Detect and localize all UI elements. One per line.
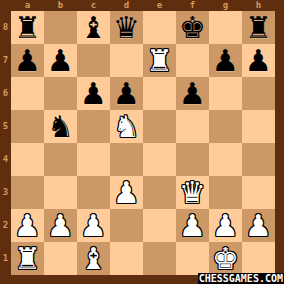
square-b8[interactable] <box>44 11 77 44</box>
square-c5[interactable] <box>77 110 110 143</box>
white-pawn-h2[interactable]: ♟ <box>245 209 272 242</box>
square-d8[interactable]: ♛ <box>110 11 143 44</box>
black-pawn-h7[interactable]: ♟ <box>245 44 272 77</box>
rank-label-6: 6 <box>0 77 11 110</box>
square-d5[interactable]: ♞ <box>110 110 143 143</box>
white-queen-f3[interactable]: ♛ <box>179 176 206 209</box>
rank-label-1: 1 <box>0 242 11 275</box>
square-h5[interactable] <box>242 110 275 143</box>
square-g3[interactable] <box>209 176 242 209</box>
white-pawn-f2[interactable]: ♟ <box>179 209 206 242</box>
black-king-f8[interactable]: ♚ <box>179 11 206 44</box>
white-pawn-g2[interactable]: ♟ <box>212 209 239 242</box>
square-g1[interactable]: ♚ <box>209 242 242 275</box>
square-d1[interactable] <box>110 242 143 275</box>
square-b7[interactable]: ♟ <box>44 44 77 77</box>
square-b4[interactable] <box>44 143 77 176</box>
square-a7[interactable]: ♟ <box>11 44 44 77</box>
rank-label-4: 4 <box>0 143 11 176</box>
file-label-e: e <box>143 0 176 11</box>
black-rook-a8[interactable]: ♜ <box>14 11 41 44</box>
white-rook-e7[interactable]: ♜ <box>146 44 173 77</box>
square-c6[interactable]: ♟ <box>77 77 110 110</box>
square-h8[interactable]: ♜ <box>242 11 275 44</box>
square-f6[interactable]: ♟ <box>176 77 209 110</box>
square-b6[interactable] <box>44 77 77 110</box>
watermark: CHESSGAMES.COM <box>198 273 284 284</box>
square-a6[interactable] <box>11 77 44 110</box>
square-b2[interactable]: ♟ <box>44 209 77 242</box>
square-e8[interactable] <box>143 11 176 44</box>
board: ♜♝♛♚♜♟♟♜♟♟♟♟♟♞♞♟♛♟♟♟♟♟♟♜♝♚ <box>11 11 275 275</box>
black-pawn-c6[interactable]: ♟ <box>80 77 107 110</box>
black-bishop-c8[interactable]: ♝ <box>80 11 107 44</box>
square-g7[interactable]: ♟ <box>209 44 242 77</box>
rank-label-3: 3 <box>0 176 11 209</box>
square-c8[interactable]: ♝ <box>77 11 110 44</box>
square-c4[interactable] <box>77 143 110 176</box>
square-f7[interactable] <box>176 44 209 77</box>
square-e7[interactable]: ♜ <box>143 44 176 77</box>
square-f2[interactable]: ♟ <box>176 209 209 242</box>
file-labels: abcdefgh <box>11 0 275 11</box>
square-d6[interactable]: ♟ <box>110 77 143 110</box>
square-d3[interactable]: ♟ <box>110 176 143 209</box>
rank-label-7: 7 <box>0 44 11 77</box>
black-pawn-d6[interactable]: ♟ <box>113 77 140 110</box>
black-pawn-a7[interactable]: ♟ <box>14 44 41 77</box>
square-c1[interactable]: ♝ <box>77 242 110 275</box>
square-g4[interactable] <box>209 143 242 176</box>
white-pawn-d3[interactable]: ♟ <box>113 176 140 209</box>
square-a1[interactable]: ♜ <box>11 242 44 275</box>
rank-label-5: 5 <box>0 110 11 143</box>
square-c2[interactable]: ♟ <box>77 209 110 242</box>
square-c3[interactable] <box>77 176 110 209</box>
square-e3[interactable] <box>143 176 176 209</box>
white-bishop-c1[interactable]: ♝ <box>80 242 107 275</box>
square-g8[interactable] <box>209 11 242 44</box>
square-f1[interactable] <box>176 242 209 275</box>
square-a2[interactable]: ♟ <box>11 209 44 242</box>
square-e2[interactable] <box>143 209 176 242</box>
square-d7[interactable] <box>110 44 143 77</box>
square-f5[interactable] <box>176 110 209 143</box>
white-pawn-c2[interactable]: ♟ <box>80 209 107 242</box>
black-knight-b5[interactable]: ♞ <box>47 110 74 143</box>
square-g5[interactable] <box>209 110 242 143</box>
white-knight-d5[interactable]: ♞ <box>113 110 140 143</box>
square-e4[interactable] <box>143 143 176 176</box>
rank-labels: 87654321 <box>0 11 11 275</box>
white-king-g1[interactable]: ♚ <box>212 242 239 275</box>
black-queen-d8[interactable]: ♛ <box>113 11 140 44</box>
square-h6[interactable] <box>242 77 275 110</box>
square-d4[interactable] <box>110 143 143 176</box>
white-pawn-b2[interactable]: ♟ <box>47 209 74 242</box>
square-e6[interactable] <box>143 77 176 110</box>
square-e5[interactable] <box>143 110 176 143</box>
square-a3[interactable] <box>11 176 44 209</box>
white-rook-a1[interactable]: ♜ <box>14 242 41 275</box>
square-d2[interactable] <box>110 209 143 242</box>
square-b3[interactable] <box>44 176 77 209</box>
square-c7[interactable] <box>77 44 110 77</box>
square-a4[interactable] <box>11 143 44 176</box>
chessboard-diagram: abcdefgh 87654321 ♜♝♛♚♜♟♟♜♟♟♟♟♟♞♞♟♛♟♟♟♟♟… <box>0 0 284 284</box>
black-pawn-f6[interactable]: ♟ <box>179 77 206 110</box>
square-g6[interactable] <box>209 77 242 110</box>
square-h7[interactable]: ♟ <box>242 44 275 77</box>
black-rook-h8[interactable]: ♜ <box>245 11 272 44</box>
rank-label-2: 2 <box>0 209 11 242</box>
square-h3[interactable] <box>242 176 275 209</box>
square-a8[interactable]: ♜ <box>11 11 44 44</box>
black-pawn-b7[interactable]: ♟ <box>47 44 74 77</box>
file-label-g: g <box>209 0 242 11</box>
file-label-b: b <box>44 0 77 11</box>
square-h1[interactable] <box>242 242 275 275</box>
square-f8[interactable]: ♚ <box>176 11 209 44</box>
black-pawn-g7[interactable]: ♟ <box>212 44 239 77</box>
square-f4[interactable] <box>176 143 209 176</box>
rank-label-8: 8 <box>0 11 11 44</box>
white-pawn-a2[interactable]: ♟ <box>14 209 41 242</box>
square-e1[interactable] <box>143 242 176 275</box>
square-b5[interactable]: ♞ <box>44 110 77 143</box>
square-g2[interactable]: ♟ <box>209 209 242 242</box>
square-h4[interactable] <box>242 143 275 176</box>
square-a5[interactable] <box>11 110 44 143</box>
square-f3[interactable]: ♛ <box>176 176 209 209</box>
square-b1[interactable] <box>44 242 77 275</box>
square-h2[interactable]: ♟ <box>242 209 275 242</box>
